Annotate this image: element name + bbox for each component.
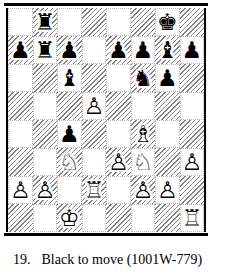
piece-white-pawn: ♙ xyxy=(34,177,55,203)
board-top-border xyxy=(4,3,208,6)
square-f5 xyxy=(131,92,156,120)
board-bottom-border xyxy=(4,233,208,236)
square-f6: ♞ xyxy=(131,64,156,92)
square-c3: ♘ xyxy=(57,148,82,176)
square-g2: ♙ xyxy=(155,176,180,204)
square-g8: ♚ xyxy=(155,8,180,36)
square-g5 xyxy=(155,92,180,120)
square-f2: ♙ xyxy=(131,176,156,204)
square-g3 xyxy=(155,148,180,176)
square-d1 xyxy=(82,204,107,232)
square-e5 xyxy=(106,92,131,120)
chess-board: ♜♚♟♜♟♟♟♝♟♝♞♟♙♟♗♘♙♘♙♙♙♖♙♙♔♖ xyxy=(6,8,206,232)
square-f4: ♗ xyxy=(131,120,156,148)
square-a4 xyxy=(8,120,33,148)
piece-black-rook: ♜ xyxy=(34,9,55,35)
square-h3: ♙ xyxy=(180,148,205,176)
square-d5: ♙ xyxy=(82,92,107,120)
square-d4 xyxy=(82,120,107,148)
square-h4 xyxy=(180,120,205,148)
piece-white-pawn: ♙ xyxy=(108,149,129,175)
square-a8 xyxy=(8,8,33,36)
piece-white-pawn: ♙ xyxy=(157,177,178,203)
square-c7: ♟ xyxy=(57,36,82,64)
piece-black-pawn: ♟ xyxy=(59,121,80,147)
square-c5 xyxy=(57,92,82,120)
square-a3 xyxy=(8,148,33,176)
piece-black-pawn: ♟ xyxy=(59,37,80,63)
square-b4 xyxy=(33,120,58,148)
square-f8 xyxy=(131,8,156,36)
chess-diagram-page: ♜♚♟♜♟♟♟♝♟♝♞♟♙♟♗♘♙♘♙♙♙♖♙♙♔♖ 19.Black to m… xyxy=(0,0,229,280)
piece-white-pawn: ♙ xyxy=(83,93,104,119)
square-e7: ♟ xyxy=(106,36,131,64)
square-b7: ♜ xyxy=(33,36,58,64)
piece-white-rook: ♖ xyxy=(181,205,202,231)
square-a6 xyxy=(8,64,33,92)
square-b3 xyxy=(33,148,58,176)
square-e6 xyxy=(106,64,131,92)
square-e8 xyxy=(106,8,131,36)
diagram-caption: 19.Black to move (1001W-779) xyxy=(13,252,223,268)
square-d7 xyxy=(82,36,107,64)
piece-black-bishop: ♝ xyxy=(157,37,178,63)
square-b8: ♜ xyxy=(33,8,58,36)
square-c4: ♟ xyxy=(57,120,82,148)
piece-black-pawn: ♟ xyxy=(132,37,153,63)
square-h5 xyxy=(180,92,205,120)
square-g7: ♝ xyxy=(155,36,180,64)
square-d6 xyxy=(82,64,107,92)
square-c1: ♔ xyxy=(57,204,82,232)
square-e1 xyxy=(106,204,131,232)
square-b5 xyxy=(33,92,58,120)
square-h8 xyxy=(180,8,205,36)
square-h2 xyxy=(180,176,205,204)
square-b6 xyxy=(33,64,58,92)
square-b2: ♙ xyxy=(33,176,58,204)
square-a1 xyxy=(8,204,33,232)
piece-white-king: ♔ xyxy=(59,205,80,231)
square-h7: ♟ xyxy=(180,36,205,64)
piece-black-pawn: ♟ xyxy=(10,37,31,63)
square-e3: ♙ xyxy=(106,148,131,176)
piece-black-pawn: ♟ xyxy=(157,65,178,91)
square-d2: ♖ xyxy=(82,176,107,204)
square-b1 xyxy=(33,204,58,232)
piece-black-king: ♚ xyxy=(157,9,178,35)
piece-white-pawn: ♙ xyxy=(10,177,31,203)
piece-white-bishop: ♗ xyxy=(132,121,153,147)
piece-white-pawn: ♙ xyxy=(181,149,202,175)
square-e4 xyxy=(106,120,131,148)
piece-black-rook: ♜ xyxy=(34,37,55,63)
board-grid: ♜♚♟♜♟♟♟♝♟♝♞♟♙♟♗♘♙♘♙♙♙♖♙♙♔♖ xyxy=(8,8,204,232)
square-a2: ♙ xyxy=(8,176,33,204)
piece-white-knight: ♘ xyxy=(59,149,80,175)
square-c8 xyxy=(57,8,82,36)
piece-white-pawn: ♙ xyxy=(132,177,153,203)
square-g4 xyxy=(155,120,180,148)
piece-black-knight: ♞ xyxy=(132,65,153,91)
square-a7: ♟ xyxy=(8,36,33,64)
square-c6: ♝ xyxy=(57,64,82,92)
piece-white-rook: ♖ xyxy=(83,177,104,203)
square-c2 xyxy=(57,176,82,204)
piece-white-knight: ♘ xyxy=(132,149,153,175)
square-d8 xyxy=(82,8,107,36)
square-f7: ♟ xyxy=(131,36,156,64)
square-f3: ♘ xyxy=(131,148,156,176)
square-g6: ♟ xyxy=(155,64,180,92)
square-e2 xyxy=(106,176,131,204)
diagram-number: 19. xyxy=(13,252,31,267)
square-a5 xyxy=(8,92,33,120)
square-h1: ♖ xyxy=(180,204,205,232)
piece-black-pawn: ♟ xyxy=(181,37,202,63)
square-d3 xyxy=(82,148,107,176)
square-f1 xyxy=(131,204,156,232)
square-h6 xyxy=(180,64,205,92)
square-g1 xyxy=(155,204,180,232)
caption-text: Black to move (1001W-779) xyxy=(42,252,203,267)
piece-black-bishop: ♝ xyxy=(59,65,80,91)
piece-black-pawn: ♟ xyxy=(108,37,129,63)
